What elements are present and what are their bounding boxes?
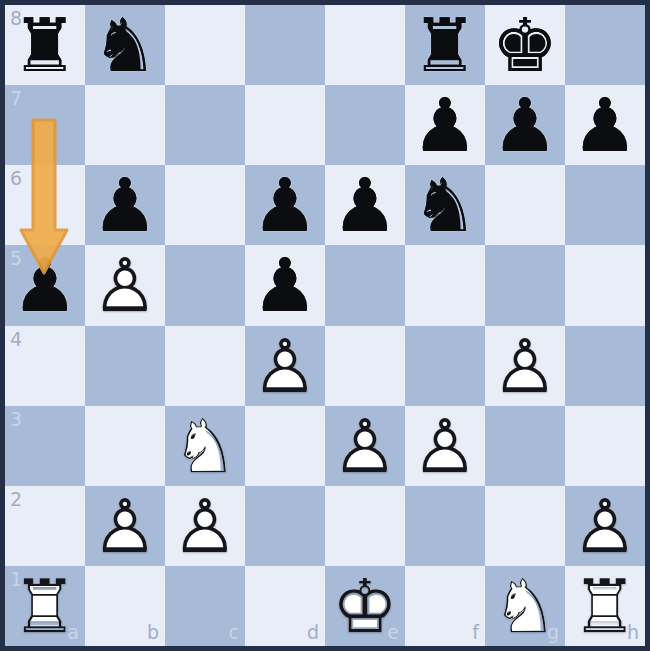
white-pawn-outline: ♙ bbox=[85, 486, 165, 566]
black-pawn[interactable]: ♟♙ bbox=[485, 85, 565, 165]
square-a2[interactable]: 2 bbox=[5, 486, 85, 566]
white-pawn[interactable]: ♟♙ bbox=[85, 486, 165, 566]
white-pawn[interactable]: ♟♙ bbox=[85, 245, 165, 325]
white-pawn-outline: ♙ bbox=[485, 326, 565, 406]
square-b3[interactable] bbox=[85, 406, 165, 486]
square-d1[interactable]: d bbox=[245, 566, 325, 646]
file-label-f: f bbox=[472, 623, 479, 642]
square-f7[interactable]: ♟♙ bbox=[405, 85, 485, 165]
white-pawn-outline: ♙ bbox=[405, 406, 485, 486]
black-pawn[interactable]: ♟♙ bbox=[85, 165, 165, 245]
square-g3[interactable] bbox=[485, 406, 565, 486]
square-c3[interactable]: ♞♘ bbox=[165, 406, 245, 486]
square-h6[interactable] bbox=[565, 165, 645, 245]
file-label-d: d bbox=[307, 623, 319, 642]
file-label-c: c bbox=[229, 623, 239, 642]
black-rook[interactable]: ♜♖ bbox=[5, 5, 85, 85]
black-pawn-outline: ♙ bbox=[245, 165, 325, 245]
black-knight[interactable]: ♞♘ bbox=[85, 5, 165, 85]
square-f2[interactable] bbox=[405, 486, 485, 566]
black-knight[interactable]: ♞♘ bbox=[405, 165, 485, 245]
white-pawn-outline: ♙ bbox=[245, 326, 325, 406]
white-knight-outline: ♘ bbox=[485, 566, 565, 646]
white-rook[interactable]: ♜♖ bbox=[5, 566, 85, 646]
white-pawn-outline: ♙ bbox=[325, 406, 405, 486]
square-h1[interactable]: h♜♖ bbox=[565, 566, 645, 646]
white-pawn-outline: ♙ bbox=[85, 245, 165, 325]
white-pawn[interactable]: ♟♙ bbox=[565, 486, 645, 566]
square-c7[interactable] bbox=[165, 85, 245, 165]
square-g5[interactable] bbox=[485, 245, 565, 325]
square-e4[interactable] bbox=[325, 326, 405, 406]
square-d7[interactable] bbox=[245, 85, 325, 165]
black-pawn-outline: ♙ bbox=[325, 165, 405, 245]
square-a3[interactable]: 3 bbox=[5, 406, 85, 486]
rank-label-2: 2 bbox=[10, 490, 22, 509]
black-pawn[interactable]: ♟♙ bbox=[565, 85, 645, 165]
square-h4[interactable] bbox=[565, 326, 645, 406]
square-h7[interactable]: ♟♙ bbox=[565, 85, 645, 165]
black-pawn-outline: ♙ bbox=[485, 85, 565, 165]
square-h5[interactable] bbox=[565, 245, 645, 325]
white-pawn-outline: ♙ bbox=[165, 486, 245, 566]
square-e3[interactable]: ♟♙ bbox=[325, 406, 405, 486]
white-pawn[interactable]: ♟♙ bbox=[485, 326, 565, 406]
black-pawn[interactable]: ♟♙ bbox=[325, 165, 405, 245]
square-e2[interactable] bbox=[325, 486, 405, 566]
black-knight-outline: ♘ bbox=[405, 165, 485, 245]
square-e8[interactable] bbox=[325, 5, 405, 85]
white-knight[interactable]: ♞♘ bbox=[485, 566, 565, 646]
black-pawn-outline: ♙ bbox=[565, 85, 645, 165]
white-pawn[interactable]: ♟♙ bbox=[405, 406, 485, 486]
square-g1[interactable]: g♞♘ bbox=[485, 566, 565, 646]
square-a8[interactable]: 8♜♖ bbox=[5, 5, 85, 85]
rank-label-3: 3 bbox=[10, 410, 22, 429]
square-h2[interactable]: ♟♙ bbox=[565, 486, 645, 566]
square-c1[interactable]: c bbox=[165, 566, 245, 646]
square-f3[interactable]: ♟♙ bbox=[405, 406, 485, 486]
rank-label-4: 4 bbox=[10, 330, 22, 349]
square-g8[interactable]: ♚♔ bbox=[485, 5, 565, 85]
square-e7[interactable] bbox=[325, 85, 405, 165]
square-g4[interactable]: ♟♙ bbox=[485, 326, 565, 406]
square-f4[interactable] bbox=[405, 326, 485, 406]
file-label-b: b bbox=[147, 623, 159, 642]
square-c6[interactable] bbox=[165, 165, 245, 245]
white-pawn[interactable]: ♟♙ bbox=[165, 486, 245, 566]
square-e6[interactable]: ♟♙ bbox=[325, 165, 405, 245]
white-pawn-outline: ♙ bbox=[565, 486, 645, 566]
black-pawn[interactable]: ♟♙ bbox=[5, 245, 85, 325]
white-knight[interactable]: ♞♘ bbox=[165, 406, 245, 486]
rank-label-6: 6 bbox=[10, 169, 22, 188]
square-b5[interactable]: ♟♙ bbox=[85, 245, 165, 325]
white-rook-outline: ♖ bbox=[565, 566, 645, 646]
square-d6[interactable]: ♟♙ bbox=[245, 165, 325, 245]
chess-board-screenshot: 8♜♖♞♘♜♖♚♔7♟♙♟♙♟♙6♟♙♟♙♟♙♞♘5♟♙♟♙♟♙4♟♙♟♙3♞♘… bbox=[0, 0, 650, 651]
square-f1[interactable]: f bbox=[405, 566, 485, 646]
black-rook-outline: ♖ bbox=[405, 5, 485, 85]
square-a7[interactable]: 7 bbox=[5, 85, 85, 165]
square-b7[interactable] bbox=[85, 85, 165, 165]
square-d8[interactable] bbox=[245, 5, 325, 85]
black-pawn[interactable]: ♟♙ bbox=[245, 165, 325, 245]
square-g2[interactable] bbox=[485, 486, 565, 566]
square-b2[interactable]: ♟♙ bbox=[85, 486, 165, 566]
square-d2[interactable] bbox=[245, 486, 325, 566]
square-h8[interactable] bbox=[565, 5, 645, 85]
black-knight-outline: ♘ bbox=[85, 5, 165, 85]
square-d4[interactable]: ♟♙ bbox=[245, 326, 325, 406]
black-pawn-outline: ♙ bbox=[245, 245, 325, 325]
square-b6[interactable]: ♟♙ bbox=[85, 165, 165, 245]
white-rook-outline: ♖ bbox=[5, 566, 85, 646]
square-f6[interactable]: ♞♘ bbox=[405, 165, 485, 245]
black-king[interactable]: ♚♔ bbox=[485, 5, 565, 85]
square-f8[interactable]: ♜♖ bbox=[405, 5, 485, 85]
white-rook[interactable]: ♜♖ bbox=[565, 566, 645, 646]
black-pawn-outline: ♙ bbox=[5, 245, 85, 325]
white-pawn[interactable]: ♟♙ bbox=[245, 326, 325, 406]
square-h3[interactable] bbox=[565, 406, 645, 486]
square-b4[interactable] bbox=[85, 326, 165, 406]
square-a6[interactable]: 6 bbox=[5, 165, 85, 245]
square-f5[interactable] bbox=[405, 245, 485, 325]
square-a1[interactable]: 1a♜♖ bbox=[5, 566, 85, 646]
black-pawn[interactable]: ♟♙ bbox=[405, 85, 485, 165]
white-king[interactable]: ♚♔ bbox=[325, 566, 405, 646]
square-c2[interactable]: ♟♙ bbox=[165, 486, 245, 566]
square-d3[interactable] bbox=[245, 406, 325, 486]
black-king-outline: ♔ bbox=[485, 5, 565, 85]
black-pawn-outline: ♙ bbox=[85, 165, 165, 245]
square-g7[interactable]: ♟♙ bbox=[485, 85, 565, 165]
black-rook[interactable]: ♜♖ bbox=[405, 5, 485, 85]
square-b8[interactable]: ♞♘ bbox=[85, 5, 165, 85]
square-a4[interactable]: 4 bbox=[5, 326, 85, 406]
white-king-outline: ♔ bbox=[325, 566, 405, 646]
black-pawn[interactable]: ♟♙ bbox=[245, 245, 325, 325]
white-knight-outline: ♘ bbox=[165, 406, 245, 486]
white-pawn[interactable]: ♟♙ bbox=[325, 406, 405, 486]
square-d5[interactable]: ♟♙ bbox=[245, 245, 325, 325]
chess-board: 8♜♖♞♘♜♖♚♔7♟♙♟♙♟♙6♟♙♟♙♟♙♞♘5♟♙♟♙♟♙4♟♙♟♙3♞♘… bbox=[5, 5, 645, 646]
square-e5[interactable] bbox=[325, 245, 405, 325]
square-e1[interactable]: e♚♔ bbox=[325, 566, 405, 646]
square-c5[interactable] bbox=[165, 245, 245, 325]
square-b1[interactable]: b bbox=[85, 566, 165, 646]
rank-label-7: 7 bbox=[10, 89, 22, 108]
square-c4[interactable] bbox=[165, 326, 245, 406]
square-c8[interactable] bbox=[165, 5, 245, 85]
square-a5[interactable]: 5♟♙ bbox=[5, 245, 85, 325]
black-rook-outline: ♖ bbox=[5, 5, 85, 85]
square-g6[interactable] bbox=[485, 165, 565, 245]
black-pawn-outline: ♙ bbox=[405, 85, 485, 165]
board-frame: 8♜♖♞♘♜♖♚♔7♟♙♟♙♟♙6♟♙♟♙♟♙♞♘5♟♙♟♙♟♙4♟♙♟♙3♞♘… bbox=[0, 0, 650, 651]
